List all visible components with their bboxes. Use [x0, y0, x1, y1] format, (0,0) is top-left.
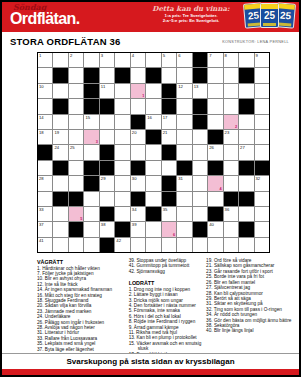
clue-number: 13	[194, 84, 199, 89]
black-cell	[208, 161, 222, 175]
grid-cell[interactable]	[177, 238, 191, 252]
grid-cell[interactable]	[193, 238, 207, 252]
clue-column-3: 19. Ord före så vidare21. Sällskap som g…	[206, 258, 293, 357]
black-cell	[84, 84, 98, 98]
bonus-letter-number: 5	[80, 217, 82, 221]
grid-cell[interactable]: 31	[177, 176, 191, 190]
black-cell	[100, 99, 114, 113]
grid-cell[interactable]: 42	[115, 238, 129, 252]
pink-bonus-cell[interactable]: 3	[84, 130, 98, 144]
black-cell	[239, 161, 253, 175]
grid-cell[interactable]	[69, 84, 83, 98]
grid-cell[interactable]	[177, 115, 191, 129]
grid-cell[interactable]: 26	[208, 145, 222, 159]
grid-cell[interactable]	[69, 99, 83, 113]
constructor-credit: KONSTRUKTÖR: LENA PERNELL	[222, 40, 289, 44]
grid-cell[interactable]	[146, 161, 160, 175]
clue-number: 21	[163, 130, 168, 135]
clue-number: 5	[163, 53, 165, 58]
grid-cell[interactable]	[146, 53, 160, 67]
grid-cell[interactable]: 2	[69, 53, 83, 67]
black-cell	[84, 161, 98, 175]
grid-cell[interactable]	[69, 115, 83, 129]
ticket-bottom-band	[248, 22, 261, 26]
clue-number: 6	[178, 53, 180, 58]
lottery-tickets: 25 25 25	[247, 3, 295, 28]
grid-cell[interactable]	[69, 238, 83, 252]
prize-line-2: 2:a–5:e pris: En Sverigelott.	[145, 18, 237, 23]
crossword-grid: 1234567891011112131415161721819320212324…	[37, 52, 270, 253]
grid-cell[interactable]	[131, 99, 145, 113]
clue-number: 4	[132, 53, 134, 58]
grid-cell[interactable]	[224, 222, 238, 236]
black-cell	[38, 145, 52, 159]
black-cell	[239, 68, 253, 82]
grid-cell[interactable]	[69, 68, 83, 82]
pink-bonus-cell[interactable]: 5	[69, 207, 83, 221]
grid-cell[interactable]	[177, 222, 191, 236]
grid-cell[interactable]: 5	[162, 53, 176, 67]
black-cell	[162, 145, 176, 159]
grid-cell[interactable]	[84, 207, 98, 221]
clue-number: 32	[256, 176, 261, 181]
clue-number: 1	[39, 53, 41, 58]
grid-cell[interactable]	[146, 222, 160, 236]
clue-number: 23	[225, 130, 230, 135]
bonus-letter-number: 2	[235, 125, 237, 129]
grid-cell[interactable]	[255, 115, 269, 129]
black-cell	[239, 192, 253, 206]
grid-cell[interactable]: 11	[100, 84, 114, 98]
grid-cell[interactable]	[193, 207, 207, 221]
grid-cell[interactable]	[131, 238, 145, 252]
puzzle-title: STORA ORDFLÄTAN 36	[10, 36, 121, 47]
title-row: STORA ORDFLÄTAN 36 KONSTRUKTÖR: LENA PER…	[10, 34, 291, 49]
grid-cell[interactable]	[239, 115, 253, 129]
clue-number: 31	[178, 176, 183, 181]
grid-cell[interactable]	[208, 84, 222, 98]
grid-cell[interactable]	[146, 84, 160, 98]
grid-cell[interactable]: 36	[224, 207, 238, 221]
black-cell	[239, 99, 253, 113]
prize-heading: Detta kan du vinna:	[145, 5, 237, 13]
grid-cell[interactable]	[177, 145, 191, 159]
grid-cell[interactable]	[69, 161, 83, 175]
grid-cell[interactable]	[100, 115, 114, 129]
pink-bonus-cell[interactable]: 4	[208, 176, 222, 190]
clue-number: 37	[39, 222, 44, 227]
ticket-value: 25	[261, 9, 278, 22]
grid-cell[interactable]	[146, 145, 160, 159]
black-cell	[193, 115, 207, 129]
grid-cell[interactable]	[193, 176, 207, 190]
grid-cell[interactable]: 19	[53, 130, 67, 144]
bottom-red-bar	[2, 369, 299, 375]
clue-number: 35	[163, 207, 168, 212]
grid-cell[interactable]	[84, 53, 98, 67]
clue-number: 3	[101, 53, 103, 58]
bonus-letter-number: 4	[219, 187, 221, 191]
grid-cell[interactable]	[208, 115, 222, 129]
black-cell	[84, 68, 98, 82]
grid-cell[interactable]: 12	[177, 84, 191, 98]
clue-number: 30	[132, 176, 137, 181]
grid-cell[interactable]	[224, 238, 238, 252]
black-cell	[208, 130, 222, 144]
clue-number: 29	[101, 176, 106, 181]
grid-cell[interactable]	[239, 176, 253, 190]
grid-cell[interactable]: 41	[38, 238, 52, 252]
bonus-letter-number: 3	[96, 140, 98, 144]
grid-cell[interactable]	[69, 176, 83, 190]
black-cell	[53, 192, 67, 206]
grid-cell[interactable]	[255, 192, 269, 206]
black-cell	[53, 68, 67, 82]
grid-cell[interactable]	[177, 99, 191, 113]
black-cell	[131, 115, 145, 129]
grid-cell[interactable]	[131, 145, 145, 159]
grid-cell[interactable]	[239, 238, 253, 252]
grid-cell[interactable]: 30	[131, 176, 145, 190]
bonus-letter-number: 6	[173, 233, 175, 237]
grid-cell[interactable]: 17	[162, 115, 176, 129]
grid-cell[interactable]: 3	[100, 53, 114, 67]
grid-cell[interactable]: 21	[162, 130, 176, 144]
grid-cell[interactable]: 18	[38, 130, 52, 144]
prize-info: Detta kan du vinna: 1:a pris: Tre Sverig…	[145, 5, 237, 23]
black-cell	[177, 161, 191, 175]
clue-number: 41	[39, 238, 44, 243]
ticket-value: 25	[276, 8, 294, 22]
black-cell	[162, 192, 176, 206]
grid-cell[interactable]	[146, 192, 160, 206]
black-cell	[131, 161, 145, 175]
grid-cell[interactable]	[193, 145, 207, 159]
grid-cell[interactable]	[115, 207, 129, 221]
clue-number: 27	[240, 145, 245, 150]
black-cell	[162, 84, 176, 98]
clue-number: 33	[39, 207, 44, 212]
grid-cell[interactable]: 34	[131, 207, 145, 221]
logo-main-text: Ordflätan.	[10, 11, 80, 26]
grid-cell[interactable]	[38, 161, 52, 175]
black-cell	[162, 99, 176, 113]
clue-number: 39	[132, 222, 137, 227]
black-cell	[100, 207, 114, 221]
clue-number: 24	[54, 145, 59, 150]
clue-number: 7	[209, 53, 211, 58]
clue-gap	[129, 274, 206, 279]
grid-cell[interactable]: 27	[239, 145, 253, 159]
grid-cell[interactable]	[162, 161, 176, 175]
black-cell	[146, 68, 160, 82]
clue-column-1: VÅGRÄTT1. Hårdtränar och håller vikten7.…	[37, 258, 129, 357]
black-cell	[162, 176, 176, 190]
grid-cell[interactable]: 23	[224, 130, 238, 144]
grid-cell[interactable]	[84, 145, 98, 159]
black-cell	[193, 53, 207, 67]
pink-bonus-cell[interactable]: 2	[224, 115, 238, 129]
black-cell	[100, 238, 114, 252]
grid-cell[interactable]	[208, 238, 222, 252]
grid-cell[interactable]	[84, 238, 98, 252]
grid-cell[interactable]	[255, 99, 269, 113]
grid-cell[interactable]	[208, 68, 222, 82]
black-cell	[84, 99, 98, 113]
grid-cell[interactable]: 40	[208, 222, 222, 236]
clue-number: 38	[101, 222, 106, 227]
black-cell	[208, 207, 222, 221]
grid-cell[interactable]	[115, 99, 129, 113]
grid-cell[interactable]	[115, 130, 129, 144]
grid-cell[interactable]	[224, 99, 238, 113]
grid-cell[interactable]	[115, 161, 129, 175]
clue-down-15: 15. Väcker avsmak och en smutsig slusk	[129, 341, 206, 352]
grid-cell[interactable]	[146, 176, 160, 190]
ticket-bottom-band	[278, 22, 291, 26]
black-cell	[115, 222, 129, 236]
clue-section: VÅGRÄTT1. Hårdtränar och håller vikten7.…	[37, 258, 293, 357]
grid-cell[interactable]	[255, 84, 269, 98]
black-cell	[115, 68, 129, 82]
grid-cell[interactable]	[177, 207, 191, 221]
grid-cell[interactable]	[193, 192, 207, 206]
black-cell	[131, 192, 145, 206]
clue-number: 18	[39, 130, 44, 135]
grid-cell[interactable]	[224, 176, 238, 190]
grid-cell[interactable]: 8	[224, 53, 238, 67]
grid-cell[interactable]	[239, 53, 253, 67]
grid-cell[interactable]: 29	[100, 176, 114, 190]
answer-coupon-note: Svarskupong på sista sidan av kryssbilag…	[2, 353, 299, 369]
grid-cell[interactable]	[100, 192, 114, 206]
grid-cell[interactable]	[131, 68, 145, 82]
grid-cell[interactable]	[53, 238, 67, 252]
grid-cell[interactable]: 33	[38, 207, 52, 221]
grid-cell[interactable]	[255, 207, 269, 221]
clue-number: 8	[225, 53, 227, 58]
grid-cell[interactable]	[115, 84, 129, 98]
grid-cell[interactable]	[38, 68, 52, 82]
black-cell	[53, 161, 67, 175]
grid-cell[interactable]	[224, 161, 238, 175]
grid-cell[interactable]	[224, 68, 238, 82]
grid-cell[interactable]: 13	[193, 84, 207, 98]
grid-cell[interactable]	[53, 176, 67, 190]
clue-number: 26	[209, 145, 214, 150]
clue-number: 15	[85, 115, 90, 120]
grid-cell[interactable]: 1	[38, 53, 52, 67]
grid-cell[interactable]: 37	[38, 222, 52, 236]
grid-cell[interactable]	[224, 145, 238, 159]
grid-cell[interactable]	[177, 68, 191, 82]
grid-cell[interactable]	[193, 161, 207, 175]
grid-cell[interactable]	[115, 145, 129, 159]
grid-cell[interactable]: 15	[84, 115, 98, 129]
black-cell	[193, 222, 207, 236]
clue-number: 25	[70, 145, 75, 150]
grid-cell[interactable]	[193, 130, 207, 144]
grid-cell[interactable]	[115, 176, 129, 190]
black-cell	[224, 192, 238, 206]
grid-cell[interactable]	[177, 192, 191, 206]
clue-number: 11	[101, 84, 105, 89]
clue-number: 36	[225, 207, 230, 212]
grid-cell[interactable]	[177, 130, 191, 144]
grid-cell[interactable]: 6	[177, 53, 191, 67]
grid-cell[interactable]	[53, 207, 67, 221]
grid-cell[interactable]	[53, 53, 67, 67]
grid-cell[interactable]	[115, 192, 129, 206]
grid-cell[interactable]	[84, 192, 98, 206]
grid-cell[interactable]: 16	[146, 115, 160, 129]
black-cell	[100, 145, 114, 159]
clue-number: 10	[39, 84, 44, 89]
black-cell	[255, 161, 269, 175]
clue-number: 17	[163, 115, 168, 120]
grid-cell[interactable]: 20	[131, 130, 145, 144]
grid-cell[interactable]	[115, 53, 129, 67]
grid-cell[interactable]	[38, 192, 52, 206]
grid-cell[interactable]	[208, 192, 222, 206]
grid-cell[interactable]	[255, 222, 269, 236]
bonus-letter-number: 1	[142, 94, 144, 98]
clue-down-8: 8. Röjde inte Ferdinand i ryggen	[129, 319, 206, 324]
grid-cell[interactable]	[84, 222, 98, 236]
clue-number: 14	[39, 115, 44, 120]
grid-cell[interactable]: 32	[255, 176, 269, 190]
grid-cell[interactable]	[162, 68, 176, 82]
grid-cell[interactable]: 9	[255, 53, 269, 67]
grid-cell[interactable]	[115, 115, 129, 129]
grid-cell[interactable]	[38, 99, 52, 113]
lottery-ticket: 25	[260, 3, 279, 28]
grid-cell[interactable]: 39	[131, 222, 145, 236]
black-cell	[100, 161, 114, 175]
grid-cell[interactable]	[255, 68, 269, 82]
clue-number: 20	[132, 130, 137, 135]
grid-cell[interactable]	[239, 130, 253, 144]
black-cell	[146, 130, 160, 144]
newspaper-puzzle-page: Söndag Ordflätan. Detta kan du vinna: 1:…	[0, 0, 301, 377]
grid-cell[interactable]: 24	[53, 145, 67, 159]
black-cell	[53, 99, 67, 113]
grid-cell[interactable]	[53, 222, 67, 236]
grid-cell[interactable]: 35	[162, 207, 176, 221]
grid-cell[interactable]	[239, 84, 253, 98]
grid-cell[interactable]: 28	[38, 176, 52, 190]
black-cell	[69, 192, 83, 206]
ticket-bottom-band	[263, 23, 276, 26]
grid-wrapper: 1234567891011112131415161721819320212324…	[37, 52, 270, 253]
clue-column-2: 39. Stoppas under överläpp41. Gummitopp …	[129, 258, 206, 357]
grid-cell[interactable]	[53, 84, 67, 98]
header-banner: Söndag Ordflätan. Detta kan du vinna: 1:…	[2, 2, 299, 32]
black-cell	[193, 68, 207, 82]
clue-number: 9	[256, 53, 258, 58]
grid-cell[interactable]: 14	[38, 115, 52, 129]
pink-bonus-cell[interactable]: 6	[162, 222, 176, 236]
clue-across-37: 37. Byta läge eller lägenhet	[37, 347, 129, 352]
grid-cell[interactable]	[146, 99, 160, 113]
black-cell	[84, 176, 98, 190]
grid-cell[interactable]	[69, 130, 83, 144]
black-cell	[69, 222, 83, 236]
black-cell	[146, 207, 160, 221]
grid-cell[interactable]	[239, 207, 253, 221]
grid-cell[interactable]	[224, 84, 238, 98]
black-cell	[193, 99, 207, 113]
clue-number: 28	[39, 176, 44, 181]
clue-number: 42	[116, 238, 121, 243]
clue-number: 40	[209, 222, 214, 227]
grid-cell[interactable]	[208, 99, 222, 113]
grid-cell[interactable]	[100, 68, 114, 82]
grid-cell[interactable]: 7	[208, 53, 222, 67]
clue-number: 19	[54, 130, 59, 135]
grid-cell[interactable]	[100, 130, 114, 144]
grid-cell[interactable]	[255, 130, 269, 144]
pink-bonus-cell[interactable]: 1	[131, 84, 145, 98]
grid-cell[interactable]	[162, 238, 176, 252]
grid-cell[interactable]: 38	[100, 222, 114, 236]
grid-cell[interactable]	[255, 145, 269, 159]
clue-number: 2	[70, 53, 72, 58]
grid-cell[interactable]: 10	[38, 84, 52, 98]
grid-cell[interactable]	[255, 238, 269, 252]
black-cell	[239, 222, 253, 236]
clue-down-40: 40. Blir linje längs linjal	[206, 328, 293, 333]
clue-number: 34	[132, 207, 137, 212]
grid-cell[interactable]: 4	[131, 53, 145, 67]
clue-number: 12	[178, 84, 183, 89]
grid-cell[interactable]	[53, 115, 67, 129]
grid-cell[interactable]: 25	[69, 145, 83, 159]
ordflatan-logo: Söndag Ordflätan.	[10, 4, 80, 26]
grid-cell[interactable]	[146, 238, 160, 252]
clue-number: 16	[147, 115, 152, 120]
